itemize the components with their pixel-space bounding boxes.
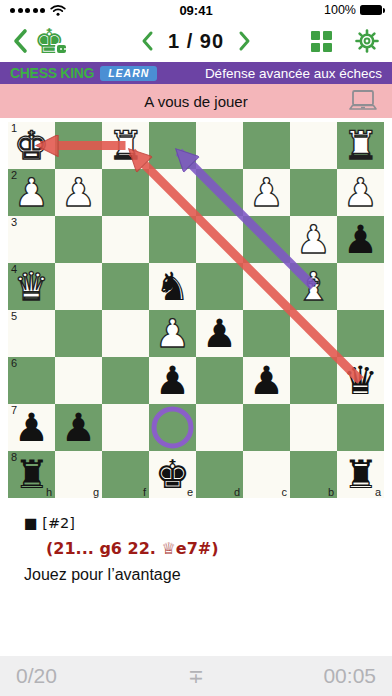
file-label-a: a <box>375 486 381 498</box>
square-c6[interactable]: ♟ <box>243 357 290 404</box>
square-h2[interactable]: 2♟ <box>8 169 55 216</box>
piece-wP-c2[interactable]: ♟ <box>243 169 290 216</box>
battery-percent: 100% <box>324 3 356 17</box>
square-h8[interactable]: 8h♜ <box>8 451 55 498</box>
square-f6[interactable] <box>102 357 149 404</box>
piece-wP-e5[interactable]: ♟ <box>149 310 196 357</box>
square-c4[interactable] <box>243 263 290 310</box>
square-d3[interactable] <box>196 216 243 263</box>
piece-bP-c6[interactable]: ♟ <box>243 357 290 404</box>
square-e1[interactable] <box>149 122 196 169</box>
square-g1[interactable] <box>55 122 102 169</box>
rank-label-4: 4 <box>11 263 17 275</box>
brand-title: CHESS KING <box>10 65 94 81</box>
piece-wP-g2[interactable]: ♟ <box>55 169 102 216</box>
piece-bQ-a6[interactable]: ♛ <box>337 357 384 404</box>
square-d7[interactable] <box>196 404 243 451</box>
board-grid: 1♚♜♜2♟♟♟♟3♟♟4♛♞♝5♟♟6♟♟♛7♟♟8h♜gfe♚dcba♜ <box>8 122 384 498</box>
square-d2[interactable] <box>196 169 243 216</box>
rank-label-3: 3 <box>11 216 17 228</box>
brand-bar: CHESS KING LEARN Défense avancée aux éch… <box>0 62 392 84</box>
square-e4[interactable]: ♞ <box>149 263 196 310</box>
piece-wP-a2[interactable]: ♟ <box>337 169 384 216</box>
square-b3[interactable]: ♟ <box>290 216 337 263</box>
file-label-b: b <box>328 486 334 498</box>
variation-line: (21... g6 22. ♕e7#) <box>46 536 368 562</box>
square-e3[interactable] <box>149 216 196 263</box>
square-f4[interactable] <box>102 263 149 310</box>
square-a7[interactable] <box>337 404 384 451</box>
timer: 00:05 <box>323 664 376 688</box>
course-title: Défense avancée aux échecs <box>205 66 382 81</box>
square-b7[interactable] <box>290 404 337 451</box>
rank-label-5: 5 <box>11 310 17 322</box>
square-e2[interactable] <box>149 169 196 216</box>
puzzle-list-grid-icon[interactable] <box>311 31 332 52</box>
square-e7[interactable] <box>149 404 196 451</box>
square-a8[interactable]: a♜ <box>337 451 384 498</box>
square-c3[interactable] <box>243 216 290 263</box>
settings-gear-icon[interactable] <box>354 28 380 54</box>
square-d6[interactable] <box>196 357 243 404</box>
square-b5[interactable] <box>290 310 337 357</box>
rank-label-8: 8 <box>11 451 17 463</box>
next-puzzle-chevron-icon[interactable] <box>238 30 251 52</box>
square-b6[interactable] <box>290 357 337 404</box>
square-g4[interactable] <box>55 263 102 310</box>
square-c5[interactable] <box>243 310 290 357</box>
file-label-f: f <box>143 486 146 498</box>
footer-bar: 0/20 ∓ 00:05 <box>0 656 392 696</box>
square-g2[interactable]: ♟ <box>55 169 102 216</box>
square-e5[interactable]: ♟ <box>149 310 196 357</box>
prev-puzzle-chevron-icon[interactable] <box>141 30 154 52</box>
piece-wP-b3[interactable]: ♟ <box>290 216 337 263</box>
square-d5[interactable]: ♟ <box>196 310 243 357</box>
piece-wR-f1[interactable]: ♜ <box>102 122 149 169</box>
file-label-e: e <box>187 486 193 498</box>
chess-board: 1♚♜♜2♟♟♟♟3♟♟4♛♞♝5♟♟6♟♟♛7♟♟8h♜gfe♚dcba♜ <box>8 122 384 498</box>
piece-wR-a1[interactable]: ♜ <box>337 122 384 169</box>
square-a2[interactable]: ♟ <box>337 169 384 216</box>
piece-bP-g7[interactable]: ♟ <box>55 404 102 451</box>
puzzle-counter: 1 / 90 <box>168 30 224 53</box>
task-label: ■ [#2] <box>24 510 368 536</box>
square-a4[interactable] <box>337 263 384 310</box>
rank-label-7: 7 <box>11 404 17 416</box>
square-h5[interactable]: 5 <box>8 310 55 357</box>
square-b1[interactable] <box>290 122 337 169</box>
square-g7[interactable]: ♟ <box>55 404 102 451</box>
file-label-g: g <box>93 486 99 498</box>
square-a1[interactable]: ♜ <box>337 122 384 169</box>
file-label-c: c <box>282 486 288 498</box>
status-bar: 09:41 100% <box>0 0 392 20</box>
square-c2[interactable]: ♟ <box>243 169 290 216</box>
square-g8[interactable]: g <box>55 451 102 498</box>
learn-badge: LEARN <box>100 66 157 81</box>
square-a6[interactable]: ♛ <box>337 357 384 404</box>
square-a3[interactable]: ♟ <box>337 216 384 263</box>
square-f1[interactable]: ♜ <box>102 122 149 169</box>
piece-bN-e4[interactable]: ♞ <box>149 263 196 310</box>
piece-bP-e6[interactable]: ♟ <box>149 357 196 404</box>
instruction-text: Jouez pour l’avantage <box>24 562 368 588</box>
square-f7[interactable] <box>102 404 149 451</box>
app-screen: 09:41 100% ♚ 1 / 90 <box>0 0 392 696</box>
square-b4[interactable]: ♝ <box>290 263 337 310</box>
prompt-bar: A vous de jouer <box>0 84 392 118</box>
square-g5[interactable] <box>55 310 102 357</box>
square-a5[interactable] <box>337 310 384 357</box>
square-h1[interactable]: 1♚ <box>8 122 55 169</box>
move-notes: ■ [#2] (21... g6 22. ♕e7#) Jouez pour l’… <box>0 498 392 588</box>
nav-bar: ♚ 1 / 90 <box>0 20 392 62</box>
computer-engine-icon[interactable] <box>348 89 378 113</box>
rank-label-1: 1 <box>11 122 17 134</box>
square-g3[interactable] <box>55 216 102 263</box>
file-label-h: h <box>46 486 52 498</box>
square-e6[interactable]: ♟ <box>149 357 196 404</box>
square-f5[interactable] <box>102 310 149 357</box>
square-c1[interactable] <box>243 122 290 169</box>
square-d1[interactable] <box>196 122 243 169</box>
square-h3[interactable]: 3 <box>8 216 55 263</box>
piece-bP-a3[interactable]: ♟ <box>337 216 384 263</box>
rank-label-6: 6 <box>11 357 17 369</box>
square-h6[interactable]: 6 <box>8 357 55 404</box>
square-b2[interactable] <box>290 169 337 216</box>
square-h7[interactable]: 7♟ <box>8 404 55 451</box>
battery-icon <box>360 5 382 15</box>
square-d8[interactable]: d <box>196 451 243 498</box>
square-g6[interactable] <box>55 357 102 404</box>
square-f3[interactable] <box>102 216 149 263</box>
square-e8[interactable]: e♚ <box>149 451 196 498</box>
square-f2[interactable] <box>102 169 149 216</box>
prompt-text: A vous de jouer <box>144 93 247 110</box>
square-c8[interactable]: c <box>243 451 290 498</box>
square-h4[interactable]: 4♛ <box>8 263 55 310</box>
square-f8[interactable]: f <box>102 451 149 498</box>
square-d4[interactable] <box>196 263 243 310</box>
piece-wB-b4[interactable]: ♝ <box>290 263 337 310</box>
square-b8[interactable]: b <box>290 451 337 498</box>
file-label-d: d <box>234 486 240 498</box>
square-c7[interactable] <box>243 404 290 451</box>
rank-label-2: 2 <box>11 169 17 181</box>
piece-bP-d5[interactable]: ♟ <box>196 310 243 357</box>
